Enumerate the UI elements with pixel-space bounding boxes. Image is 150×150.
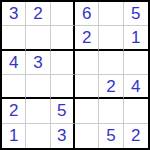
cell-r1c3-empty[interactable]: [51, 2, 75, 26]
cell-r5c5-empty[interactable]: [99, 99, 123, 123]
cell-r2c4-given: 2: [75, 26, 99, 50]
cell-r2c2-empty[interactable]: [26, 26, 50, 50]
cell-r1c5-empty[interactable]: [99, 2, 123, 26]
cell-r6c2-empty[interactable]: [26, 124, 50, 148]
cell-r5c3-given: 5: [51, 99, 75, 123]
cell-r4c1-empty[interactable]: [2, 75, 26, 99]
cell-r3c6-empty[interactable]: [124, 51, 148, 75]
cell-r1c4-given: 6: [75, 2, 99, 26]
cell-r5c6-empty[interactable]: [124, 99, 148, 123]
cell-r6c6-given: 2: [124, 124, 148, 148]
cell-r6c5-given: 5: [99, 124, 123, 148]
cell-r5c4-empty[interactable]: [75, 99, 99, 123]
cell-r3c1-given: 4: [2, 51, 26, 75]
cell-r4c4-empty[interactable]: [75, 75, 99, 99]
cell-r6c1-given: 1: [2, 124, 26, 148]
cell-r2c6-given: 1: [124, 26, 148, 50]
cell-r5c2-empty[interactable]: [26, 99, 50, 123]
sudoku-board: 3265214324251352: [0, 0, 150, 150]
cell-r3c4-empty[interactable]: [75, 51, 99, 75]
cell-r4c2-empty[interactable]: [26, 75, 50, 99]
cell-r6c3-given: 3: [51, 124, 75, 148]
cell-r3c3-empty[interactable]: [51, 51, 75, 75]
cell-r3c5-empty[interactable]: [99, 51, 123, 75]
cell-r4c6-given: 4: [124, 75, 148, 99]
cell-r1c2-given: 2: [26, 2, 50, 26]
cell-r1c1-given: 3: [2, 2, 26, 26]
cell-r5c1-given: 2: [2, 99, 26, 123]
cell-r2c3-empty[interactable]: [51, 26, 75, 50]
cell-r4c3-empty[interactable]: [51, 75, 75, 99]
cell-r4c5-given: 2: [99, 75, 123, 99]
cell-r2c1-empty[interactable]: [2, 26, 26, 50]
cell-r6c4-empty[interactable]: [75, 124, 99, 148]
cell-r1c6-given: 5: [124, 2, 148, 26]
cell-r2c5-empty[interactable]: [99, 26, 123, 50]
cell-r3c2-given: 3: [26, 51, 50, 75]
